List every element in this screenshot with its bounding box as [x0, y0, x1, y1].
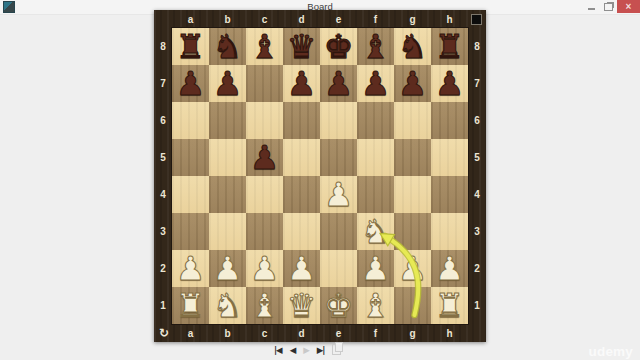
- rank-label-5: 5: [468, 139, 486, 176]
- piece-black-pawn-a7[interactable]: ♟: [172, 65, 209, 102]
- watermark: udemy: [588, 344, 633, 359]
- prev-move-button[interactable]: ◀: [290, 345, 296, 355]
- square-e1[interactable]: ♚: [320, 287, 357, 324]
- piece-white-pawn-b2[interactable]: ♟: [209, 250, 246, 287]
- piece-white-pawn-a2[interactable]: ♟: [172, 250, 209, 287]
- rank-label-6: 6: [468, 102, 486, 139]
- square-d5[interactable]: [283, 139, 320, 176]
- square-e4[interactable]: ♟: [320, 176, 357, 213]
- piece-white-knight-f3[interactable]: ♞: [357, 213, 394, 250]
- square-b3[interactable]: [209, 213, 246, 250]
- restore-icon: [604, 3, 613, 11]
- square-e6[interactable]: [320, 102, 357, 139]
- square-b6[interactable]: [209, 102, 246, 139]
- piece-white-rook-h1[interactable]: ♜: [431, 287, 468, 324]
- piece-black-queen-d8[interactable]: ♛: [283, 28, 320, 65]
- square-c1[interactable]: ♝: [246, 287, 283, 324]
- rank-label-3: 3: [468, 213, 486, 250]
- square-h2[interactable]: ♟: [431, 250, 468, 287]
- square-h5[interactable]: [431, 139, 468, 176]
- square-g6[interactable]: [394, 102, 431, 139]
- square-f2[interactable]: ♟: [357, 250, 394, 287]
- rank-label-2: 2: [468, 250, 486, 287]
- file-labels-top: abcdefgh: [172, 10, 468, 28]
- square-h1[interactable]: ♜: [431, 287, 468, 324]
- square-c4[interactable]: [246, 176, 283, 213]
- rank-label-5: 5: [154, 139, 172, 176]
- square-e2[interactable]: [320, 250, 357, 287]
- square-c7[interactable]: [246, 65, 283, 102]
- rank-label-4: 4: [154, 176, 172, 213]
- square-b4[interactable]: [209, 176, 246, 213]
- piece-black-rook-h8[interactable]: ♜: [431, 28, 468, 65]
- square-c3[interactable]: [246, 213, 283, 250]
- square-a7[interactable]: ♟: [172, 65, 209, 102]
- board-window: Board × abcdefgh abcdefgh 87654321 87654…: [0, 0, 640, 360]
- square-f5[interactable]: [357, 139, 394, 176]
- piece-white-queen-d1[interactable]: ♛: [283, 287, 320, 324]
- copy-icon: [332, 344, 341, 355]
- square-h7[interactable]: ♟: [431, 65, 468, 102]
- square-d2[interactable]: ♟: [283, 250, 320, 287]
- rank-label-7: 7: [154, 65, 172, 102]
- file-label-c: c: [246, 10, 283, 28]
- rank-labels-left: 87654321: [154, 28, 172, 324]
- square-e7[interactable]: ♟: [320, 65, 357, 102]
- square-g3[interactable]: [394, 213, 431, 250]
- rank-label-2: 2: [154, 250, 172, 287]
- first-move-button[interactable]: |◀: [274, 345, 282, 355]
- piece-white-pawn-g2[interactable]: ♟: [394, 250, 431, 287]
- board-menu-icon[interactable]: [471, 14, 482, 25]
- file-label-e: e: [320, 324, 357, 342]
- flip-board-icon[interactable]: ↻: [156, 324, 172, 342]
- rank-label-6: 6: [154, 102, 172, 139]
- square-a6[interactable]: [172, 102, 209, 139]
- square-g8[interactable]: ♞: [394, 28, 431, 65]
- square-e3[interactable]: [320, 213, 357, 250]
- file-label-c: c: [246, 324, 283, 342]
- square-b8[interactable]: ♞: [209, 28, 246, 65]
- window-controls: ×: [583, 0, 640, 14]
- piece-white-pawn-f2[interactable]: ♟: [357, 250, 394, 287]
- piece-white-bishop-f1[interactable]: ♝: [357, 287, 394, 324]
- square-a4[interactable]: [172, 176, 209, 213]
- file-label-h: h: [431, 324, 468, 342]
- square-f6[interactable]: [357, 102, 394, 139]
- rank-label-3: 3: [154, 213, 172, 250]
- square-f7[interactable]: ♟: [357, 65, 394, 102]
- piece-black-pawn-f7[interactable]: ♟: [357, 65, 394, 102]
- piece-white-pawn-e4[interactable]: ♟: [320, 176, 357, 213]
- square-d4[interactable]: [283, 176, 320, 213]
- minimize-button[interactable]: [583, 0, 599, 13]
- square-f4[interactable]: [357, 176, 394, 213]
- square-c8[interactable]: ♝: [246, 28, 283, 65]
- square-f3[interactable]: ♞: [357, 213, 394, 250]
- file-label-b: b: [209, 10, 246, 28]
- file-label-f: f: [357, 324, 394, 342]
- piece-black-bishop-f8[interactable]: ♝: [357, 28, 394, 65]
- file-label-f: f: [357, 10, 394, 28]
- square-d6[interactable]: [283, 102, 320, 139]
- piece-black-bishop-c8[interactable]: ♝: [246, 28, 283, 65]
- square-b2[interactable]: ♟: [209, 250, 246, 287]
- file-label-d: d: [283, 324, 320, 342]
- square-c5[interactable]: ♟: [246, 139, 283, 176]
- piece-black-rook-a8[interactable]: ♜: [172, 28, 209, 65]
- chess-board-frame: abcdefgh abcdefgh 87654321 87654321 ↻ ♜♞…: [154, 10, 486, 342]
- rank-label-4: 4: [468, 176, 486, 213]
- square-g2[interactable]: ♟: [394, 250, 431, 287]
- rank-labels-right: 87654321: [468, 28, 486, 324]
- square-f8[interactable]: ♝: [357, 28, 394, 65]
- square-h3[interactable]: [431, 213, 468, 250]
- square-h6[interactable]: [431, 102, 468, 139]
- square-b5[interactable]: [209, 139, 246, 176]
- piece-black-pawn-h7[interactable]: ♟: [431, 65, 468, 102]
- square-c2[interactable]: ♟: [246, 250, 283, 287]
- square-a1[interactable]: ♜: [172, 287, 209, 324]
- square-d8[interactable]: ♛: [283, 28, 320, 65]
- piece-white-bishop-c1[interactable]: ♝: [246, 287, 283, 324]
- copy-move-button[interactable]: [332, 344, 341, 357]
- file-label-a: a: [172, 324, 209, 342]
- file-label-d: d: [283, 10, 320, 28]
- rank-label-8: 8: [154, 28, 172, 65]
- square-b7[interactable]: ♟: [209, 65, 246, 102]
- piece-black-pawn-g7[interactable]: ♟: [394, 65, 431, 102]
- square-h8[interactable]: ♜: [431, 28, 468, 65]
- square-e8[interactable]: ♚: [320, 28, 357, 65]
- chess-board: ♜♞♝♛♚♝♞♜♟♟♟♟♟♟♟♟♟♞♟♟♟♟♟♟♟♜♞♝♛♚♝♜: [172, 28, 468, 324]
- last-move-button[interactable]: ▶|: [317, 345, 325, 355]
- square-g1[interactable]: [394, 287, 431, 324]
- piece-white-rook-a1[interactable]: ♜: [172, 287, 209, 324]
- piece-black-pawn-d7[interactable]: ♟: [283, 65, 320, 102]
- file-label-b: b: [209, 324, 246, 342]
- rank-label-7: 7: [468, 65, 486, 102]
- square-a8[interactable]: ♜: [172, 28, 209, 65]
- file-label-g: g: [394, 10, 431, 28]
- file-label-g: g: [394, 324, 431, 342]
- square-g5[interactable]: [394, 139, 431, 176]
- piece-black-pawn-e7[interactable]: ♟: [320, 65, 357, 102]
- square-a5[interactable]: [172, 139, 209, 176]
- minimize-icon: [588, 8, 595, 10]
- square-b1[interactable]: ♞: [209, 287, 246, 324]
- piece-black-pawn-c5[interactable]: ♟: [246, 139, 283, 176]
- piece-black-king-e8[interactable]: ♚: [320, 28, 357, 65]
- file-label-e: e: [320, 10, 357, 28]
- piece-black-knight-g8[interactable]: ♞: [394, 28, 431, 65]
- piece-black-pawn-b7[interactable]: ♟: [209, 65, 246, 102]
- square-a2[interactable]: ♟: [172, 250, 209, 287]
- square-c6[interactable]: [246, 102, 283, 139]
- rank-label-1: 1: [154, 287, 172, 324]
- square-f1[interactable]: ♝: [357, 287, 394, 324]
- square-d1[interactable]: ♛: [283, 287, 320, 324]
- next-move-button[interactable]: ▶: [303, 345, 309, 355]
- rank-label-1: 1: [468, 287, 486, 324]
- file-labels-bottom: abcdefgh: [172, 324, 468, 342]
- rank-label-8: 8: [468, 28, 486, 65]
- piece-white-pawn-h2[interactable]: ♟: [431, 250, 468, 287]
- piece-black-knight-b8[interactable]: ♞: [209, 28, 246, 65]
- piece-white-king-e1[interactable]: ♚: [320, 287, 357, 324]
- piece-white-pawn-c2[interactable]: ♟: [246, 250, 283, 287]
- piece-white-knight-b1[interactable]: ♞: [209, 287, 246, 324]
- square-d7[interactable]: ♟: [283, 65, 320, 102]
- piece-white-pawn-d2[interactable]: ♟: [283, 250, 320, 287]
- square-h4[interactable]: [431, 176, 468, 213]
- square-e5[interactable]: [320, 139, 357, 176]
- square-d3[interactable]: [283, 213, 320, 250]
- square-a3[interactable]: [172, 213, 209, 250]
- move-navigation: |◀◀▶▶|: [274, 343, 341, 357]
- close-button[interactable]: ×: [617, 0, 640, 13]
- restore-button[interactable]: [599, 0, 617, 13]
- file-label-a: a: [172, 10, 209, 28]
- file-label-h: h: [431, 10, 468, 28]
- square-g4[interactable]: [394, 176, 431, 213]
- square-g7[interactable]: ♟: [394, 65, 431, 102]
